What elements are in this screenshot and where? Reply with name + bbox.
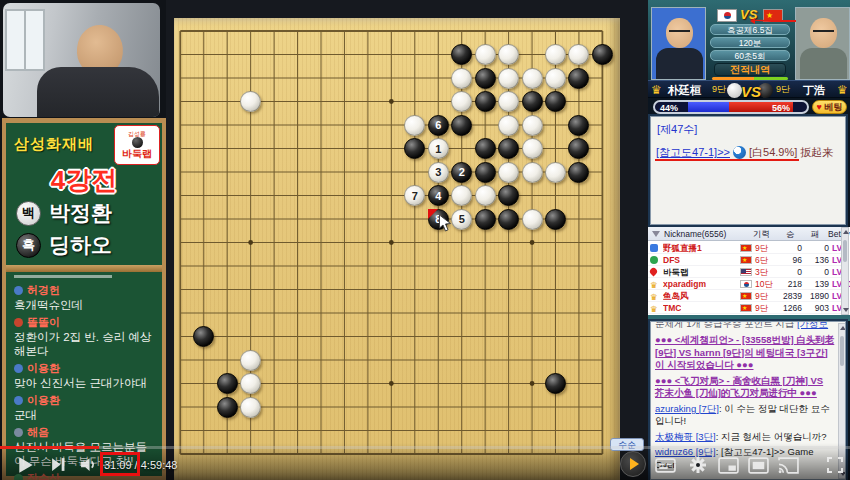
viewer-rows: 野狐直播1 ★ 9단 0 0 LV7 DFS ★ 6단 96 136 LV7 바… <box>648 242 842 314</box>
white-stone-icon: 백 <box>16 201 41 226</box>
volume-button[interactable] <box>80 456 97 473</box>
ai-app-icon <box>733 146 746 159</box>
avatar <box>14 364 23 373</box>
user-losses: 139 <box>803 279 829 289</box>
server-chat-message: 太极梅哥 [3단]: 지금 형세는 어떻습니까? <box>655 431 835 444</box>
fullscreen-button[interactable] <box>826 456 844 474</box>
white-stone <box>475 185 496 206</box>
white-stone <box>522 162 543 183</box>
user-wins: 2839 <box>774 291 802 301</box>
user-nickname: TMC <box>663 303 681 313</box>
white-stone <box>545 162 566 183</box>
white-stone <box>522 68 543 89</box>
user-flag-icon: ★ <box>740 256 752 264</box>
tournament-title: 삼성화재배 <box>14 135 94 154</box>
white-player-name: 박정환 <box>49 199 112 227</box>
black-stone: 6 <box>428 115 449 136</box>
black-player-name: 딩하오 <box>49 231 112 259</box>
black-stone-icon <box>132 137 143 148</box>
broadcast-panel: VS ★ 흑공제6.5집 120분 60초5회 전적내역 ♛ 朴廷桓 9단 VS… <box>648 0 850 480</box>
black-player-row: 흑 딩하오 <box>16 231 112 259</box>
chat-author: 이용환 <box>27 393 60 408</box>
black-stone <box>545 209 566 230</box>
avatar <box>14 318 23 327</box>
cast-button[interactable] <box>778 457 799 474</box>
user-flag-icon: ★ <box>740 292 752 300</box>
round-label: 4강전 <box>6 163 162 198</box>
white-stone <box>451 68 472 89</box>
chat-author[interactable]: 太极梅哥 [3단] <box>655 431 716 442</box>
table-scrollbar[interactable] <box>841 227 849 315</box>
stream-frame: 61327485 수순 삼성화재배 김성룡 바둑랩 4강전 백 박정환 흑 딩하… <box>0 0 850 480</box>
move-comment-panel: [제47수] [참고도47-1]>> [白54.9%] 扳起来 <box>650 116 846 225</box>
player-name-bar: ♛ 朴廷桓 9단 VS 9단 丁浩 ♛ <box>648 80 850 98</box>
chat-message: 흑개떡슈인데 <box>14 298 158 312</box>
white-stone <box>240 91 261 112</box>
heart-icon: ♥ <box>817 102 822 112</box>
viewer-table: Nickname(6556) 기력 승 패 BetLv 野狐直播1 ★ 9단 0… <box>648 227 850 315</box>
crown-icon: ♛ <box>651 83 662 97</box>
black-stone <box>498 185 519 206</box>
progress-bar-watched[interactable] <box>0 446 99 449</box>
komi-label: 흑공제6.5집 <box>710 24 790 35</box>
viewer-row[interactable]: ♛ xparadigm 10단 218 139 LV10 <box>648 278 842 290</box>
white-stone <box>240 397 261 418</box>
chat-message: 맞아 신진서는 근대가야대 <box>14 376 158 390</box>
red-annotation-underline <box>655 159 799 161</box>
user-wins: 1266 <box>774 303 802 313</box>
go-board[interactable]: 61327485 <box>174 18 620 480</box>
chat-author-row: 똘똘이 <box>14 315 158 330</box>
user-flag-icon <box>740 268 752 276</box>
viewer-table-header[interactable]: Nickname(6556) 기력 승 패 BetLv <box>648 227 842 241</box>
black-stone <box>451 115 472 136</box>
avatar <box>14 396 23 405</box>
miniplayer-button[interactable] <box>718 457 739 474</box>
chat-message: 정환이가 2집 반. 승리 예상 해본다 <box>14 330 158 358</box>
chat-author: 똘똘이 <box>27 315 60 330</box>
white-stone <box>498 162 519 183</box>
head-to-head-button[interactable]: 전적내역 <box>714 63 786 76</box>
user-wins: 0 <box>774 243 802 253</box>
vs-label: VS <box>741 83 761 100</box>
white-rank: 9단 <box>712 83 726 96</box>
viewer-row[interactable]: ♛ 鱼岛风 ★ 9단 2839 1890 LV8 <box>648 290 842 302</box>
white-stone: 5 <box>451 209 472 230</box>
col-rank: 기력 <box>753 229 770 241</box>
clipped-notice: 문체게 1개 승급우승 포인트 지급 [가정보기] <box>655 322 835 331</box>
user-nickname: xparadigm <box>663 279 706 289</box>
black-name-zh: 丁浩 <box>803 83 825 98</box>
progress-bar-remaining[interactable] <box>99 446 850 449</box>
white-stone <box>498 44 519 65</box>
white-stone <box>240 373 261 394</box>
match-info-board: 삼성화재배 김성룡 바둑랩 4강전 백 박정환 흑 딩하오 허경헌 흑개떡슈인데 <box>2 118 166 480</box>
user-losses: 136 <box>803 255 829 265</box>
white-stone <box>522 209 543 230</box>
theater-mode-button[interactable] <box>748 457 769 474</box>
chat-author: 이용환 <box>27 361 60 376</box>
channel-logo-badge: 김성룡 바둑랩 <box>114 125 160 165</box>
mouse-cursor <box>438 214 452 232</box>
white-stone <box>545 44 566 65</box>
window <box>5 9 45 71</box>
main-time-label: 120분 <box>710 37 790 48</box>
korea-flag-icon <box>717 9 737 22</box>
commentator-body <box>37 67 159 117</box>
black-stone <box>217 397 238 418</box>
black-stone: 2 <box>451 162 472 183</box>
settings-gear-button[interactable] <box>689 456 707 474</box>
user-losses: 0 <box>803 243 829 253</box>
col-nickname: Nickname(6556) <box>664 229 726 239</box>
server-chat-message: azuraking [7단]: 이 수는 정말 대단한 묘수입니다! <box>655 403 835 428</box>
total-time: 4:59:48 <box>141 459 178 471</box>
black-stone <box>475 162 496 183</box>
server-announcement: ●●● <飞刀对局> - 高舍收白黑 [刀神] VS 芥末小鱼 [刀仙]的飞刀对… <box>655 375 835 400</box>
white-name-zh: 朴廷桓 <box>668 83 701 98</box>
black-player-photo <box>795 7 850 80</box>
white-stone: 3 <box>428 162 449 183</box>
black-stone <box>545 373 566 394</box>
black-stone <box>592 44 613 65</box>
white-win-segment <box>688 102 729 112</box>
user-losses: 903 <box>803 303 829 313</box>
user-rank: 9단 <box>755 303 768 315</box>
move-order-chip[interactable]: 수순 <box>610 438 644 451</box>
user-losses: 0 <box>803 267 829 277</box>
chat-author: 허경헌 <box>27 283 60 298</box>
black-stone <box>475 138 496 159</box>
white-win-pct: 44% <box>660 103 678 113</box>
black-stone <box>475 209 496 230</box>
chat-author-row: 이용환 <box>14 361 158 376</box>
white-stone <box>475 44 496 65</box>
black-stone <box>498 138 519 159</box>
white-player-photo <box>651 7 706 80</box>
red-annotation-box <box>100 452 140 476</box>
avatar <box>14 286 23 295</box>
last-move-triangle-marker <box>428 209 438 219</box>
chat-message: 군대 <box>14 408 158 422</box>
notice-link[interactable]: [가정보기] <box>655 322 828 331</box>
viewer-row[interactable]: ♛ TMC ★ 9단 1266 903 LV3 <box>648 302 842 314</box>
play-icon <box>630 458 639 470</box>
white-stone <box>240 350 261 371</box>
white-stone <box>498 91 519 112</box>
win-rate-row: 44% 56% ♥ 베팅 <box>648 98 850 116</box>
user-flag-icon: ★ <box>740 244 752 252</box>
user-wins: 96 <box>774 255 802 265</box>
black-stone <box>217 373 238 394</box>
white-stone <box>404 115 425 136</box>
user-wins: 0 <box>774 267 802 277</box>
win-rate-bar: 44% 56% <box>653 100 809 114</box>
black-stone <box>475 68 496 89</box>
white-stone <box>522 115 543 136</box>
scroll-down-icon[interactable] <box>843 308 849 312</box>
black-stone <box>545 91 566 112</box>
server-announcement: ●●● <세계챔피언> - [33558번방] 白头到老 [9단] VS har… <box>655 334 835 372</box>
white-player-row: 백 박정환 <box>16 199 112 227</box>
chat-author-row: 해음 <box>14 425 158 440</box>
betting-button[interactable]: ♥ 베팅 <box>812 100 847 114</box>
black-stone <box>568 115 589 136</box>
chat-author-row: 허경헌 <box>14 283 158 298</box>
black-stone <box>498 209 519 230</box>
black-stone <box>475 91 496 112</box>
black-stone-icon: 흑 <box>16 233 41 258</box>
user-wins: 218 <box>774 279 802 289</box>
black-rank: 9단 <box>776 83 790 96</box>
avatar <box>14 428 23 437</box>
white-stone: 1 <box>428 138 449 159</box>
col-loss: 패 <box>811 229 820 241</box>
viewer-row[interactable]: 바둑랩 3단 0 0 LV1 <box>648 266 842 278</box>
white-stone-icon <box>727 83 742 98</box>
scroll-up-icon[interactable] <box>843 230 849 234</box>
webcam-view <box>3 3 160 117</box>
black-stone <box>568 162 589 183</box>
white-stone <box>498 115 519 136</box>
black-stone <box>568 68 589 89</box>
variation-link[interactable]: [참고도47-1]>> <box>656 145 730 160</box>
black-stone: 4 <box>428 185 449 206</box>
server-chat-message: widruz66 [9단]: [참고도47-1]>> Game Over <box>655 446 835 471</box>
viewer-row[interactable]: 野狐直播1 ★ 9단 0 0 LV7 <box>648 242 842 254</box>
chat-author: 해음 <box>27 425 49 440</box>
chat-author-row: 이용환 <box>14 393 158 408</box>
play-button[interactable] <box>16 455 36 475</box>
move-number-label: [제47수] <box>657 122 697 137</box>
byoyomi-label: 60초5회 <box>710 50 790 61</box>
match-header: VS ★ 흑공제6.5집 120분 60초5회 전적내역 <box>648 0 850 80</box>
user-nickname: DFS <box>663 255 680 265</box>
scroll-up-icon[interactable] <box>840 326 846 330</box>
next-button[interactable] <box>50 456 67 473</box>
board-play-button[interactable] <box>620 451 646 477</box>
black-stone <box>522 91 543 112</box>
filter-icon[interactable] <box>652 231 660 237</box>
viewer-row[interactable]: DFS ★ 6단 96 136 LV7 <box>648 254 842 266</box>
divider <box>6 265 162 272</box>
clipped-chat-line <box>14 272 154 278</box>
white-stone <box>498 68 519 89</box>
white-stone <box>522 138 543 159</box>
left-chat-list: 허경헌 흑개떡슈인데 똘똘이 정환이가 2집 반. 승리 예상 해본다 이용환 … <box>14 280 158 480</box>
crown-icon: ♛ <box>837 83 848 97</box>
subtitles-button[interactable] <box>655 457 676 474</box>
black-win-pct: 56% <box>772 103 790 113</box>
ai-eval-text: [白54.9%] 扳起来 <box>749 145 833 160</box>
user-flag-icon: ★ <box>740 304 752 312</box>
user-losses: 1890 <box>803 291 829 301</box>
chat-author[interactable]: azuraking [7단] <box>655 403 719 414</box>
white-stone <box>545 68 566 89</box>
col-win: 승 <box>786 229 795 241</box>
user-flag-icon <box>740 280 752 288</box>
